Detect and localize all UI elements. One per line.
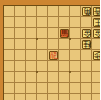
square-5c[interactable] (48, 28, 59, 39)
square-5a[interactable] (48, 6, 59, 17)
piece-kanji: 馬 (61, 29, 69, 38)
square-4e[interactable] (59, 50, 70, 61)
square-6e[interactable] (37, 50, 48, 61)
square-6i[interactable] (37, 94, 48, 100)
square-2a[interactable]: 角 (81, 6, 92, 17)
square-2i[interactable] (81, 94, 92, 100)
square-7e[interactable] (26, 50, 37, 61)
piece-kanji: 金 (83, 29, 91, 38)
shogi-board: 角香王馬金金桂龍歩 (3, 5, 100, 100)
square-4b[interactable] (59, 17, 70, 28)
square-8d[interactable] (15, 39, 26, 50)
piece-1e[interactable]: 歩 (93, 51, 100, 60)
piece-2c[interactable]: 金 (82, 29, 91, 38)
square-8f[interactable] (15, 61, 26, 72)
square-1f[interactable] (92, 61, 100, 72)
square-1a[interactable]: 香 (92, 6, 100, 17)
square-3h[interactable] (70, 83, 81, 94)
square-6f[interactable] (37, 61, 48, 72)
square-7d[interactable] (26, 39, 37, 50)
square-3b[interactable] (70, 17, 81, 28)
square-1g[interactable] (92, 72, 100, 83)
square-8i[interactable] (15, 94, 26, 100)
square-2d[interactable]: 桂 (81, 39, 92, 50)
square-1i[interactable] (92, 94, 100, 100)
square-6d[interactable] (37, 39, 48, 50)
square-6a[interactable] (37, 6, 48, 17)
square-5b[interactable] (48, 17, 59, 28)
piece-1c[interactable]: 金 (93, 29, 100, 38)
square-7b[interactable] (26, 17, 37, 28)
square-5h[interactable] (48, 83, 59, 94)
square-9f[interactable] (4, 61, 15, 72)
square-5g[interactable] (48, 72, 59, 83)
square-7a[interactable] (26, 6, 37, 17)
square-9b[interactable] (4, 17, 15, 28)
piece-2d[interactable]: 桂 (82, 40, 91, 49)
square-6h[interactable] (37, 83, 48, 94)
piece-1a[interactable]: 香 (93, 7, 100, 16)
square-9i[interactable] (4, 94, 15, 100)
square-2g[interactable] (81, 72, 92, 83)
square-3e[interactable] (70, 50, 81, 61)
square-8e[interactable] (15, 50, 26, 61)
square-8g[interactable] (15, 72, 26, 83)
piece-kanji: 王 (94, 18, 101, 27)
square-1c[interactable]: 金 (92, 28, 100, 39)
piece-kanji: 金 (94, 29, 101, 38)
square-4g[interactable] (59, 72, 70, 83)
square-2f[interactable] (81, 61, 92, 72)
piece-kanji: 角 (83, 7, 91, 16)
square-6b[interactable] (37, 17, 48, 28)
square-4i[interactable] (59, 94, 70, 100)
square-4a[interactable] (59, 6, 70, 17)
piece-kanji: 歩 (94, 51, 101, 60)
square-2c[interactable]: 金 (81, 28, 92, 39)
square-1h[interactable] (92, 83, 100, 94)
square-2h[interactable] (81, 83, 92, 94)
square-9c[interactable] (4, 28, 15, 39)
piece-kanji: 香 (94, 7, 101, 16)
square-4d[interactable] (59, 39, 70, 50)
square-3i[interactable] (70, 94, 81, 100)
square-7g[interactable] (26, 72, 37, 83)
square-5e[interactable]: 龍 (48, 50, 59, 61)
square-1b[interactable]: 王 (92, 17, 100, 28)
square-1d[interactable] (92, 39, 100, 50)
square-8b[interactable] (15, 17, 26, 28)
star-point (69, 38, 71, 40)
square-5f[interactable] (48, 61, 59, 72)
square-2e[interactable] (81, 50, 92, 61)
star-point (36, 71, 38, 73)
star-point (36, 38, 38, 40)
shogi-app-window: 角香王馬金金桂龍歩 (0, 0, 100, 100)
square-3d[interactable] (70, 39, 81, 50)
square-3g[interactable] (70, 72, 81, 83)
piece-5e[interactable]: 龍 (49, 51, 58, 60)
star-point (69, 71, 71, 73)
square-8c[interactable] (15, 28, 26, 39)
square-6g[interactable] (37, 72, 48, 83)
piece-1b[interactable]: 王 (93, 18, 100, 27)
square-3c[interactable] (70, 28, 81, 39)
square-9d[interactable] (4, 39, 15, 50)
square-6c[interactable] (37, 28, 48, 39)
square-8h[interactable] (15, 83, 26, 94)
piece-2a[interactable]: 角 (82, 7, 91, 16)
square-9h[interactable] (4, 83, 15, 94)
piece-kanji: 龍 (50, 51, 58, 60)
square-1e[interactable]: 歩 (92, 50, 100, 61)
square-7h[interactable] (26, 83, 37, 94)
square-5d[interactable] (48, 39, 59, 50)
square-4h[interactable] (59, 83, 70, 94)
square-7i[interactable] (26, 94, 37, 100)
square-8a[interactable] (15, 6, 26, 17)
square-2b[interactable] (81, 17, 92, 28)
square-3f[interactable] (70, 61, 81, 72)
square-9e[interactable] (4, 50, 15, 61)
piece-kanji: 桂 (83, 40, 91, 49)
square-3a[interactable] (70, 6, 81, 17)
square-5i[interactable] (48, 94, 59, 100)
square-9a[interactable] (4, 6, 15, 17)
piece-4c[interactable]: 馬 (60, 29, 69, 38)
square-9g[interactable] (4, 72, 15, 83)
